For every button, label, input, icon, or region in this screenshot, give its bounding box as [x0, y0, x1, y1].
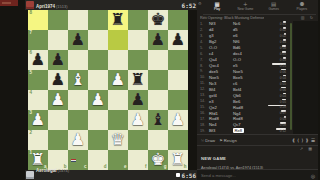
white-move[interactable]: gxf4 — [209, 93, 233, 98]
white-pawn[interactable]: ♟ — [71, 130, 86, 150]
square-d6[interactable] — [88, 50, 108, 70]
square-b3[interactable] — [48, 110, 68, 130]
chat-bar: Send a message... ◎ — [197, 169, 318, 180]
move-time: 0:21 — [272, 63, 286, 68]
square-b6[interactable]: ♟ — [48, 50, 68, 70]
tab-play[interactable]: ▦ Play — [203, 0, 231, 14]
chat-input[interactable]: Send a message... — [201, 173, 236, 178]
move-time: 0:06 — [280, 69, 286, 74]
chat-settings-icon[interactable]: ◎ — [311, 173, 315, 179]
avatar-bottom[interactable] — [26, 171, 34, 179]
file-label: c — [84, 165, 87, 170]
tab-players[interactable]: ⚉ Players — [288, 0, 316, 14]
square-c5[interactable]: ♝ — [68, 70, 88, 90]
square-a6[interactable]: 6♟ — [28, 50, 48, 70]
move-time: 0:07 — [280, 110, 286, 115]
last-move-button[interactable]: ⟫ — [306, 138, 309, 143]
prev-move-button[interactable]: ⟨ — [297, 138, 299, 143]
white-move[interactable]: Rfd1 — [209, 111, 233, 116]
white-move[interactable]: Nc3 — [209, 81, 233, 86]
first-move-button[interactable]: ⟪ — [292, 138, 295, 143]
app-root: Apri1974(1513) ♙♙♘♗ 6:52 8♜♚7♟♟♟6♟♟5♟♝♟♜… — [0, 0, 320, 180]
settings-icon[interactable]: ⚙ — [198, 1, 202, 6]
black-move[interactable]: Bd6 — [233, 45, 257, 50]
white-move[interactable]: Qxc4 — [209, 63, 233, 68]
top-left-fragment — [0, 0, 18, 6]
white-pawn[interactable]: ♟ — [131, 110, 146, 130]
rank-label: 7 — [30, 31, 33, 36]
black-pawn[interactable]: ♟ — [71, 30, 86, 50]
player-name-top[interactable]: Apri1974 — [36, 4, 55, 9]
square-h6[interactable] — [168, 50, 188, 70]
clock-top: 6:52 — [182, 2, 196, 9]
black-pawn[interactable]: ♟ — [171, 30, 186, 50]
square-f4[interactable]: ♟ — [128, 90, 148, 110]
player-rating-bottom: (1474) — [58, 168, 70, 173]
square-b2[interactable] — [48, 130, 68, 150]
square-c6[interactable] — [68, 50, 88, 70]
move-number: 1. — [197, 22, 209, 26]
black-move[interactable]: Nxe5 — [233, 69, 257, 74]
black-move[interactable]: Rxd8 — [233, 116, 257, 121]
white-move[interactable]: Bf4 — [209, 87, 233, 92]
black-move[interactable]: Rad8 — [233, 105, 257, 110]
black-rook[interactable]: ♜ — [131, 70, 146, 90]
square-f7[interactable] — [128, 30, 148, 50]
move-number: 6. — [197, 52, 209, 56]
move-time: 0:04 — [280, 75, 286, 80]
black-move[interactable]: d5 — [233, 27, 257, 32]
tab-new-game[interactable]: + New Game — [231, 0, 259, 14]
clock-bottom: 6:56 — [182, 172, 196, 179]
white-move[interactable]: Rxd8 — [209, 116, 233, 121]
game-controls: ½Draw ⚑Resign ⟪ ⟨ ⟩ ⟫ ☰ — [197, 134, 318, 146]
black-pawn[interactable]: ♟ — [51, 50, 66, 70]
move-time: 0:04 — [280, 45, 286, 50]
move-number: 18. — [197, 123, 209, 127]
white-move[interactable]: c4 — [209, 51, 233, 56]
rank-label: 3 — [30, 111, 33, 116]
square-b4[interactable]: ♟ — [48, 90, 68, 110]
black-move[interactable]: c6 — [233, 81, 257, 86]
square-d1[interactable]: d — [88, 150, 108, 170]
square-g6[interactable] — [148, 50, 168, 70]
move-time: 0:05 — [280, 51, 286, 56]
right-panel: ⚙ ▦ Play + New Game ▤ Games ⚉ Players Ré… — [197, 0, 318, 180]
tab-games[interactable]: ▤ Games — [260, 0, 288, 14]
black-move[interactable]: Bxe5 — [233, 75, 257, 80]
file-label: h — [184, 165, 187, 170]
white-move[interactable]: g3 — [209, 33, 233, 38]
move-time: 0:03 — [280, 57, 286, 62]
move-number: 15. — [197, 105, 209, 109]
file-label: e — [124, 165, 127, 170]
square-f6[interactable] — [128, 50, 148, 70]
move-number: 7. — [197, 58, 209, 62]
black-pawn[interactable]: ♟ — [131, 90, 146, 110]
square-d8[interactable] — [88, 10, 108, 30]
square-e1[interactable]: e — [108, 150, 128, 170]
file-label: g — [164, 165, 167, 170]
white-move[interactable]: Bg2 — [209, 39, 233, 44]
square-e4[interactable] — [108, 90, 128, 110]
square-c7[interactable]: ♟ — [68, 30, 88, 50]
square-h8[interactable] — [168, 10, 188, 30]
square-e7[interactable] — [108, 30, 128, 50]
half-point-icon: ½ — [201, 138, 204, 143]
move-time: 0:03 — [280, 39, 286, 44]
move-time: 0:05 — [280, 99, 286, 104]
black-pawn[interactable]: ♟ — [31, 50, 46, 70]
white-pawn[interactable]: ♟ — [31, 110, 46, 130]
square-a5[interactable]: 5 — [28, 70, 48, 90]
move-list: 1.Nf3Nc60:012.d4d50:023.g3e60:024.Bg2Nf6… — [197, 21, 291, 134]
square-b8[interactable] — [48, 10, 68, 30]
white-pawn[interactable]: ♟ — [51, 90, 66, 110]
black-move[interactable]: Be6 — [233, 99, 257, 104]
turn-indicator — [176, 173, 180, 177]
move-number: 14. — [197, 99, 209, 103]
square-g2[interactable] — [148, 130, 168, 150]
white-move[interactable]: Ne4 — [209, 122, 233, 127]
white-move[interactable]: Qa4 — [209, 57, 233, 62]
square-h7[interactable]: ♟ — [168, 30, 188, 50]
player-name-bottom[interactable]: Aerolegal — [36, 168, 57, 173]
move-time: 0:28 — [268, 105, 286, 110]
player-bar-top: Apri1974(1513) ♙♙♘♗ 6:52 — [25, 0, 199, 10]
move-number: 19. — [197, 129, 209, 133]
square-g1[interactable]: g♚ — [148, 150, 168, 170]
move-number: 9. — [197, 69, 209, 73]
next-move-button[interactable]: ⟩ — [302, 138, 304, 143]
square-f5[interactable]: ♜ — [128, 70, 148, 90]
white-move[interactable]: Bf3 — [209, 128, 233, 133]
square-a2[interactable]: 2 — [28, 130, 48, 150]
square-g4[interactable] — [148, 90, 168, 110]
move-number: 17. — [197, 117, 209, 121]
chess-board[interactable]: 8♜♚7♟♟♟6♟♟5♟♝♟♜4♟♟♟3♟♟♝♟2♟♛1a♜bcdefg♚h♜ — [28, 10, 188, 170]
move-time: 0:02 — [280, 33, 286, 38]
black-move[interactable]: dxc4 — [233, 51, 257, 56]
square-h5[interactable] — [168, 70, 188, 90]
opening-name[interactable]: Réti Opening: Black Mustang Defense — [200, 16, 264, 20]
move-row: 19.Bf3Re80:12 — [197, 128, 291, 134]
move-time: 0:12 — [276, 128, 286, 133]
move-time: 0:02 — [280, 27, 286, 32]
move-time: 0:04 — [280, 93, 286, 98]
square-e3[interactable] — [108, 110, 128, 130]
avatar-top[interactable] — [26, 1, 34, 9]
square-b7[interactable] — [48, 30, 68, 50]
square-d2[interactable] — [88, 130, 108, 150]
move-number: 11. — [197, 81, 209, 85]
move-time: 0:01 — [280, 21, 286, 26]
flag-resign-icon: ⚑ — [219, 138, 223, 143]
black-rook[interactable]: ♜ — [111, 10, 126, 30]
player-bar-bottom: Aerolegal(1474) ♟♞♞♝♛+9 6:56 — [25, 170, 199, 180]
square-c2[interactable]: ♟ — [68, 130, 88, 150]
white-move[interactable]: d4 — [209, 27, 233, 32]
file-label: d — [104, 165, 107, 170]
rank-label: 1 — [30, 151, 33, 156]
black-move[interactable]: O-O — [233, 57, 257, 62]
black-move[interactable]: Qc7 — [233, 122, 257, 127]
white-pawn[interactable]: ♟ — [91, 90, 106, 110]
move-number: 13. — [197, 93, 209, 97]
move-time: 0:05 — [280, 81, 286, 86]
square-a3[interactable]: 3♟ — [28, 110, 48, 130]
new-game-title: NEW GAME — [201, 156, 226, 161]
move-number: 12. — [197, 87, 209, 91]
square-d3[interactable] — [88, 110, 108, 130]
move-number: 16. — [197, 111, 209, 115]
white-bishop[interactable]: ♝ — [71, 70, 86, 90]
white-move[interactable]: dxe5 — [209, 69, 233, 74]
square-a7[interactable]: 7 — [28, 30, 48, 50]
move-time: 0:03 — [280, 116, 286, 121]
black-move[interactable]: Re8 — [233, 128, 244, 133]
square-a4[interactable]: 4 — [28, 90, 48, 110]
playback-controls: ⟪ ⟨ ⟩ ⟫ ☰ — [292, 138, 315, 143]
black-pawn[interactable]: ♟ — [151, 30, 166, 50]
draw-button[interactable]: ½Draw — [201, 138, 215, 143]
white-pawn[interactable]: ♟ — [111, 70, 126, 90]
square-c8[interactable] — [68, 10, 88, 30]
square-a8[interactable]: 8 — [28, 10, 48, 30]
square-b5[interactable]: ♟ — [48, 70, 68, 90]
black-move[interactable]: Qb6 — [233, 93, 257, 98]
player-rating-top: (1513) — [56, 4, 68, 9]
square-g5[interactable] — [148, 70, 168, 90]
black-move[interactable]: e6 — [233, 33, 257, 38]
white-queen[interactable]: ♛ — [111, 130, 126, 150]
black-move[interactable]: e5 — [233, 63, 257, 68]
black-pawn[interactable]: ♟ — [51, 70, 66, 90]
rank-label: 5 — [30, 71, 33, 76]
square-h1[interactable]: h♜ — [168, 150, 188, 170]
flag-icon-bottom — [71, 159, 76, 162]
black-bishop[interactable]: ♝ — [151, 110, 166, 130]
black-move[interactable]: Nc6 — [233, 21, 257, 26]
square-c4[interactable] — [68, 90, 88, 110]
square-f8[interactable] — [128, 10, 148, 30]
black-move[interactable]: Bxf4 — [233, 87, 257, 92]
black-move[interactable]: Nf6 — [233, 39, 257, 44]
rank-label: 6 — [30, 51, 33, 56]
move-number: 4. — [197, 40, 209, 44]
white-move[interactable]: O-O — [209, 45, 233, 50]
time-text: 0:12 — [280, 130, 286, 133]
square-h4[interactable] — [168, 90, 188, 110]
move-list-gutter — [293, 21, 318, 134]
move-number: 8. — [197, 64, 209, 68]
move-number: 10. — [197, 75, 209, 79]
square-c3[interactable] — [68, 110, 88, 130]
white-move[interactable]: e3 — [209, 99, 233, 104]
share-icon[interactable]: ↗ ▦ — [300, 146, 314, 151]
square-h3[interactable]: ♟ — [168, 110, 188, 130]
square-g3[interactable]: ♝ — [148, 110, 168, 130]
move-time: 0:08 — [280, 122, 286, 127]
black-king[interactable]: ♚ — [151, 10, 166, 30]
square-g8[interactable]: ♚ — [148, 10, 168, 30]
square-d7[interactable] — [88, 30, 108, 50]
rank-label: 4 — [30, 91, 33, 96]
move-options-icon[interactable]: ☰ — [311, 138, 315, 143]
square-f2[interactable] — [128, 130, 148, 150]
square-h2[interactable] — [168, 130, 188, 150]
white-move[interactable]: Nxe5 — [209, 75, 233, 80]
rank-label: 2 — [30, 131, 33, 136]
resign-button[interactable]: ⚑Resign — [219, 138, 237, 143]
square-d5[interactable] — [88, 70, 108, 90]
square-e5[interactable]: ♟ — [108, 70, 128, 90]
square-g7[interactable]: ♟ — [148, 30, 168, 50]
square-f3[interactable]: ♟ — [128, 110, 148, 130]
move-number: 5. — [197, 46, 209, 50]
move-number: 3. — [197, 34, 209, 38]
panel-tabs: ▦ Play + New Game ▤ Games ⚉ Players — [203, 0, 316, 15]
black-move[interactable]: Ng4 — [233, 111, 257, 116]
opening-book-icon[interactable]: ▥ ↻ — [301, 15, 315, 20]
move-time: 0:06 — [280, 87, 286, 92]
square-d4[interactable]: ♟ — [88, 90, 108, 110]
white-move[interactable]: Qe2 — [209, 105, 233, 110]
file-label: f — [145, 165, 147, 170]
square-e2[interactable]: ♛ — [108, 130, 128, 150]
white-move[interactable]: Nf3 — [209, 21, 233, 26]
square-e6[interactable] — [108, 50, 128, 70]
move-number: 2. — [197, 28, 209, 32]
square-e8[interactable]: ♜ — [108, 10, 128, 30]
white-pawn[interactable]: ♟ — [171, 110, 186, 130]
square-f1[interactable]: f — [128, 150, 148, 170]
rank-label: 8 — [30, 11, 33, 16]
